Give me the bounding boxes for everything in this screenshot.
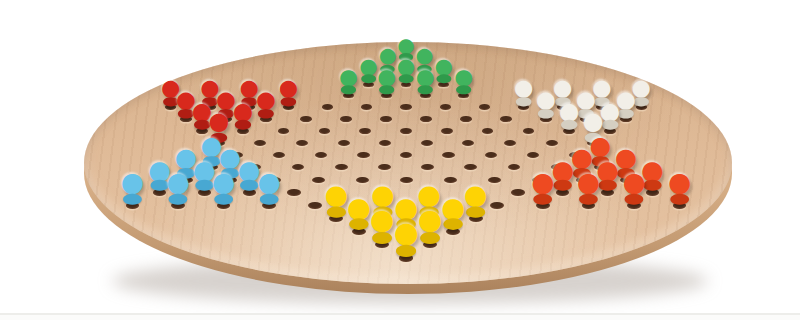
peg-yellow[interactable]: ●● — [464, 181, 488, 226]
chinese-checkers-photo: ●●●●●●●●●●●●●●●●●●●●●●●●●●●●●●●●●●●●●●●●… — [0, 0, 800, 320]
board-hole[interactable] — [504, 140, 516, 146]
green-peg-foot: ● — [340, 84, 357, 96]
board-hole[interactable] — [380, 116, 392, 122]
green-peg-foot: ● — [455, 84, 472, 96]
peg-green[interactable]: ●● — [359, 55, 377, 90]
orange-peg-foot: ● — [669, 191, 690, 206]
white-peg-foot: ● — [515, 95, 533, 107]
board-hole[interactable] — [361, 104, 372, 110]
peg-green[interactable]: ●● — [416, 66, 435, 102]
board-hole[interactable] — [508, 164, 521, 170]
red-peg-foot: ● — [257, 107, 275, 120]
board-hole[interactable] — [527, 152, 539, 158]
peg-orange[interactable]: ●● — [531, 169, 554, 213]
peg-green[interactable]: ●● — [434, 55, 452, 90]
board-hole[interactable] — [546, 140, 558, 146]
white-peg-foot: ● — [560, 118, 579, 131]
peg-blue[interactable]: ●● — [166, 169, 189, 213]
board-hole[interactable] — [356, 177, 369, 184]
peg-white[interactable]: ●● — [536, 88, 556, 126]
orange-peg-foot: ● — [597, 178, 618, 192]
board-hole[interactable] — [379, 140, 391, 146]
peg-orange[interactable]: ●● — [668, 169, 691, 213]
board-hole[interactable] — [315, 152, 327, 158]
orange-peg-foot: ● — [578, 191, 599, 206]
board-hole[interactable] — [378, 164, 391, 170]
board-hole[interactable] — [296, 140, 308, 146]
board-hole[interactable] — [479, 104, 490, 110]
board-hole[interactable] — [322, 104, 333, 110]
board-cells-layer: ●●●●●●●●●●●●●●●●●●●●●●●●●●●●●●●●●●●●●●●●… — [0, 0, 800, 320]
blue-peg-foot: ● — [239, 178, 260, 192]
board-hole[interactable] — [485, 152, 497, 158]
blue-peg-foot: ● — [213, 191, 234, 206]
yellow-peg-foot: ● — [465, 203, 487, 218]
orange-peg-foot: ● — [532, 191, 553, 206]
board-hole[interactable] — [357, 152, 369, 158]
board-hole[interactable] — [400, 177, 413, 184]
peg-yellow[interactable]: ●● — [347, 193, 371, 239]
peg-green[interactable]: ●● — [397, 55, 415, 90]
board-hole[interactable] — [421, 164, 434, 170]
board-hole[interactable] — [490, 202, 504, 209]
board-hole[interactable] — [444, 177, 457, 184]
board-hole[interactable] — [340, 116, 352, 122]
board-hole[interactable] — [319, 128, 331, 134]
orange-peg-foot: ● — [623, 191, 644, 206]
yellow-peg-foot: ● — [419, 229, 442, 245]
peg-orange[interactable]: ●● — [622, 169, 645, 213]
peg-green[interactable]: ●● — [454, 66, 473, 102]
peg-yellow[interactable]: ●● — [441, 193, 465, 239]
board-hole[interactable] — [462, 140, 474, 146]
green-peg-foot: ● — [398, 73, 415, 85]
peg-yellow[interactable]: ●● — [393, 219, 418, 267]
blue-peg-foot: ● — [167, 191, 188, 206]
board-hole[interactable] — [460, 116, 472, 122]
peg-yellow[interactable]: ●● — [325, 181, 349, 226]
board-hole[interactable] — [400, 104, 411, 110]
board-hole[interactable] — [308, 202, 322, 209]
red-peg-foot: ● — [233, 118, 252, 131]
green-peg-foot: ● — [378, 84, 395, 96]
peg-blue[interactable]: ●● — [258, 169, 281, 213]
board-hole[interactable] — [338, 140, 350, 146]
board-hole[interactable] — [312, 177, 325, 184]
yellow-peg-foot: ● — [394, 242, 417, 258]
peg-green[interactable]: ●● — [339, 66, 358, 102]
white-peg-foot: ● — [537, 107, 555, 120]
board-hole[interactable] — [287, 189, 300, 196]
yellow-peg-foot: ● — [325, 203, 347, 218]
peg-yellow[interactable]: ●● — [370, 206, 395, 253]
board-hole[interactable] — [359, 128, 371, 134]
orange-peg-foot: ● — [552, 178, 573, 192]
board-hole[interactable] — [420, 116, 432, 122]
board-hole[interactable] — [511, 189, 524, 196]
board-hole[interactable] — [278, 128, 290, 134]
board-hole[interactable] — [292, 164, 305, 170]
green-peg-foot: ● — [416, 84, 433, 96]
board-hole[interactable] — [500, 116, 512, 122]
board-hole[interactable] — [254, 140, 266, 146]
photo-footer-strip — [0, 315, 800, 320]
yellow-peg-foot: ● — [442, 216, 464, 231]
peg-yellow[interactable]: ●● — [418, 206, 443, 253]
board-hole[interactable] — [440, 104, 451, 110]
green-peg-foot: ● — [360, 73, 377, 85]
peg-red[interactable]: ●● — [279, 77, 298, 114]
board-hole[interactable] — [441, 128, 453, 134]
peg-red[interactable]: ●● — [233, 99, 253, 138]
peg-blue[interactable]: ●● — [212, 169, 235, 213]
board-hole[interactable] — [400, 152, 412, 158]
board-hole[interactable] — [273, 152, 285, 158]
blue-peg-foot: ● — [259, 191, 280, 206]
board-hole[interactable] — [523, 128, 535, 134]
board-hole[interactable] — [488, 177, 501, 184]
red-peg-foot: ● — [279, 95, 297, 107]
board-hole[interactable] — [421, 140, 433, 146]
peg-white[interactable]: ●● — [514, 77, 533, 114]
board-hole[interactable] — [482, 128, 494, 134]
board-hole[interactable] — [464, 164, 477, 170]
board-hole[interactable] — [400, 128, 412, 134]
board-hole[interactable] — [442, 152, 454, 158]
peg-orange[interactable]: ●● — [551, 157, 574, 201]
peg-white[interactable]: ●● — [559, 99, 579, 138]
peg-orange[interactable]: ●● — [577, 169, 600, 213]
yellow-peg-foot: ● — [348, 216, 370, 231]
board-hole[interactable] — [335, 164, 348, 170]
yellow-peg-foot: ● — [371, 229, 394, 245]
board-hole[interactable] — [300, 116, 312, 122]
blue-peg-foot: ● — [122, 191, 143, 206]
peg-red[interactable]: ●● — [256, 88, 276, 126]
peg-green[interactable]: ●● — [377, 66, 396, 102]
peg-blue[interactable]: ●● — [121, 169, 144, 213]
green-peg-foot: ● — [435, 73, 452, 85]
